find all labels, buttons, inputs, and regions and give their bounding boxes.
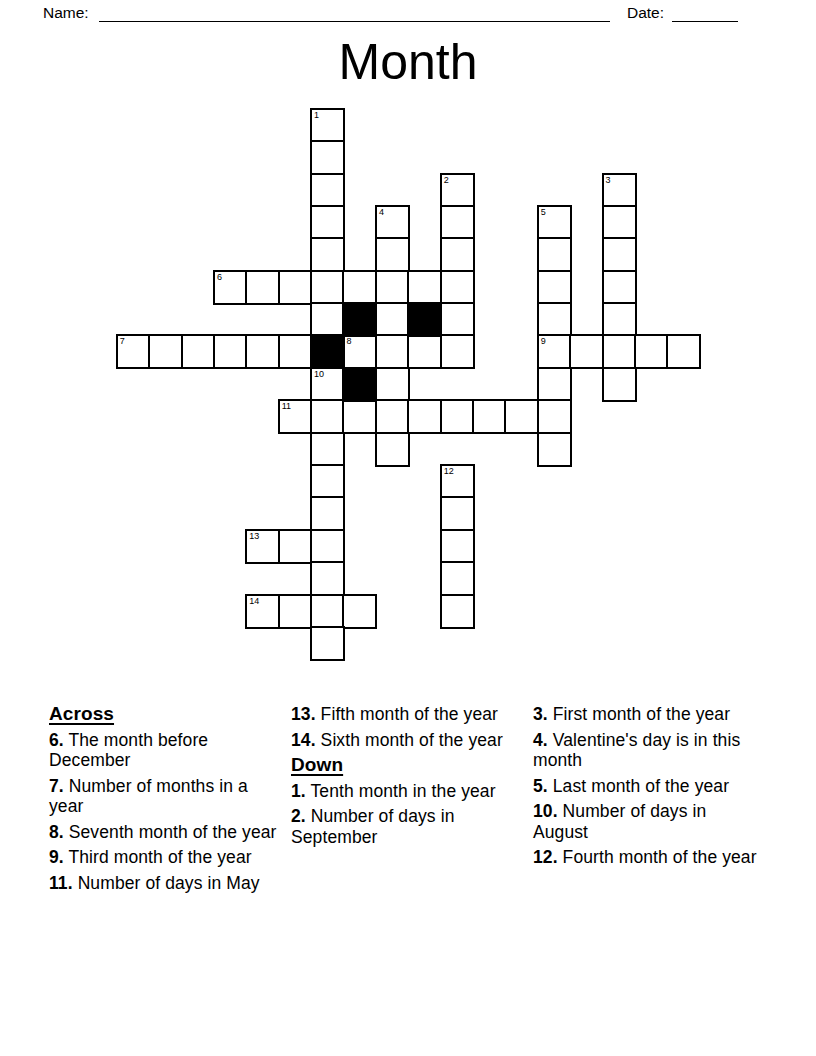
clue-number-label: 11.	[49, 873, 73, 893]
date-blank-line	[672, 21, 738, 22]
grid-cell-r9c10[interactable]	[440, 399, 475, 434]
grid-cell-r6c15[interactable]	[602, 302, 637, 337]
cell-number-11: 11	[282, 401, 291, 411]
puzzle-title: Month	[0, 36, 816, 88]
grid-cell-r11c10[interactable]: 12	[440, 464, 475, 499]
clue-number-label: 14.	[291, 730, 316, 750]
grid-cell-r8c6[interactable]: 10	[310, 367, 345, 402]
clue-down-10: 10. Number of days in August	[533, 801, 765, 842]
grid-cell-r2c10[interactable]: 2	[440, 173, 475, 208]
grid-cell-r5c9[interactable]	[407, 270, 442, 305]
grid-cell-r6c6[interactable]	[310, 302, 345, 337]
grid-cell-r9c8[interactable]	[375, 399, 410, 434]
grid-cell-r13c4[interactable]: 13	[245, 529, 280, 564]
grid-cell-r3c13[interactable]: 5	[537, 205, 572, 240]
grid-cell-r5c13[interactable]	[537, 270, 572, 305]
grid-cell-r9c11[interactable]	[472, 399, 507, 434]
grid-cell-r7c15[interactable]	[602, 334, 637, 369]
cell-number-7: 7	[120, 336, 125, 346]
clue-number-label: 3.	[533, 704, 548, 724]
clue-across-9: 9. Third month of the year	[49, 847, 277, 868]
grid-cell-r7c5[interactable]	[278, 334, 313, 369]
grid-cell-r0c6[interactable]: 1	[310, 108, 345, 143]
worksheet-page: { "game": "crossword", "title": "Month",…	[0, 0, 816, 1056]
grid-cell-r5c4[interactable]	[245, 270, 280, 305]
down-header: Down	[291, 755, 519, 776]
grid-cell-r10c13[interactable]	[537, 432, 572, 467]
grid-cell-r11c6[interactable]	[310, 464, 345, 499]
blocked-cell-r8c7	[342, 367, 377, 402]
clue-down-12: 12. Fourth month of the year	[533, 847, 765, 868]
clue-number-label: 4.	[533, 730, 548, 750]
grid-cell-r7c14[interactable]	[569, 334, 604, 369]
grid-cell-r5c6[interactable]	[310, 270, 345, 305]
clue-number-label: 8.	[49, 822, 64, 842]
clue-number-label: 6.	[49, 730, 64, 750]
cell-number-1: 1	[314, 110, 319, 120]
grid-cell-r15c10[interactable]	[440, 594, 475, 629]
grid-cell-r4c15[interactable]	[602, 237, 637, 272]
grid-cell-r5c5[interactable]	[278, 270, 313, 305]
grid-cell-r6c13[interactable]	[537, 302, 572, 337]
grid-cell-r5c15[interactable]	[602, 270, 637, 305]
grid-cell-r7c9[interactable]	[407, 334, 442, 369]
grid-cell-r15c7[interactable]	[342, 594, 377, 629]
clue-column-2: 13. Fifth month of the year14. Sixth mon…	[291, 704, 519, 852]
grid-cell-r3c6[interactable]	[310, 205, 345, 240]
grid-cell-r7c8[interactable]	[375, 334, 410, 369]
crossword-grid: 1234567891011121314	[117, 109, 700, 660]
clue-down-2: 2. Number of days in September	[291, 806, 519, 847]
grid-cell-r3c8[interactable]: 4	[375, 205, 410, 240]
grid-cell-r10c6[interactable]	[310, 432, 345, 467]
blocked-cell-r6c7	[342, 302, 377, 337]
clue-number-label: 5.	[533, 776, 548, 796]
grid-cell-r7c2[interactable]	[181, 334, 216, 369]
grid-cell-r14c6[interactable]	[310, 561, 345, 596]
clue-down-3: 3. First month of the year	[533, 704, 765, 725]
grid-cell-r7c4[interactable]	[245, 334, 280, 369]
grid-cell-r12c10[interactable]	[440, 496, 475, 531]
grid-cell-r9c7[interactable]	[342, 399, 377, 434]
grid-cell-r10c8[interactable]	[375, 432, 410, 467]
clue-across-11: 11. Number of days in May	[49, 873, 277, 894]
grid-cell-r2c6[interactable]	[310, 173, 345, 208]
clue-down-5: 5. Last month of the year	[533, 776, 765, 797]
clue-number-label: 1.	[291, 781, 306, 801]
across-header: Across	[49, 704, 277, 725]
grid-cell-r9c9[interactable]	[407, 399, 442, 434]
cell-number-2: 2	[444, 175, 449, 185]
date-label: Date:	[627, 4, 664, 22]
grid-cell-r15c4[interactable]: 14	[245, 594, 280, 629]
grid-cell-r7c7[interactable]: 8	[342, 334, 377, 369]
clue-across-7: 7. Number of months in a year	[49, 776, 277, 817]
grid-cell-r3c15[interactable]	[602, 205, 637, 240]
grid-cell-r12c6[interactable]	[310, 496, 345, 531]
grid-cell-r9c13[interactable]	[537, 399, 572, 434]
blocked-cell-r6c9	[407, 302, 442, 337]
clue-across-13: 13. Fifth month of the year	[291, 704, 519, 725]
grid-cell-r2c15[interactable]: 3	[602, 173, 637, 208]
clue-number-label: 7.	[49, 776, 64, 796]
grid-cell-r5c7[interactable]	[342, 270, 377, 305]
clue-column-1: Across6. The month before December7. Num…	[49, 704, 277, 898]
grid-cell-r8c15[interactable]	[602, 367, 637, 402]
clue-across-6: 6. The month before December	[49, 730, 277, 771]
grid-cell-r9c6[interactable]	[310, 399, 345, 434]
grid-cell-r5c3[interactable]: 6	[213, 270, 248, 305]
grid-cell-r15c5[interactable]	[278, 594, 313, 629]
cell-number-8: 8	[346, 336, 351, 346]
grid-cell-r7c10[interactable]	[440, 334, 475, 369]
grid-cell-r7c13[interactable]: 9	[537, 334, 572, 369]
grid-cell-r6c10[interactable]	[440, 302, 475, 337]
clue-column-3: 3. First month of the year4. Valentine's…	[533, 704, 765, 873]
grid-cell-r8c8[interactable]	[375, 367, 410, 402]
name-label: Name:	[43, 4, 89, 22]
cell-number-14: 14	[249, 596, 259, 606]
cell-number-4: 4	[379, 207, 384, 217]
clue-down-1: 1. Tenth month in the year	[291, 781, 519, 802]
grid-cell-r5c10[interactable]	[440, 270, 475, 305]
name-blank-line	[99, 21, 610, 22]
cell-number-12: 12	[444, 466, 454, 476]
grid-cell-r7c17[interactable]	[666, 334, 701, 369]
grid-cell-r8c13[interactable]	[537, 367, 572, 402]
grid-cell-r4c10[interactable]	[440, 237, 475, 272]
grid-cell-r4c13[interactable]	[537, 237, 572, 272]
grid-cell-r7c1[interactable]	[148, 334, 183, 369]
grid-cell-r6c8[interactable]	[375, 302, 410, 337]
grid-cell-r4c8[interactable]	[375, 237, 410, 272]
clue-number-label: 2.	[291, 806, 306, 826]
grid-cell-r13c5[interactable]	[278, 529, 313, 564]
grid-cell-r13c10[interactable]	[440, 529, 475, 564]
blocked-cell-r7c6	[310, 334, 345, 369]
clue-down-4: 4. Valentine's day is in this month	[533, 730, 765, 771]
clue-across-14: 14. Sixth month of the year	[291, 730, 519, 751]
grid-cell-r7c3[interactable]	[213, 334, 248, 369]
clue-number-label: 12.	[533, 847, 558, 867]
grid-cell-r15c6[interactable]	[310, 594, 345, 629]
cell-number-9: 9	[541, 336, 546, 346]
grid-cell-r9c5[interactable]: 11	[278, 399, 313, 434]
grid-cell-r3c10[interactable]	[440, 205, 475, 240]
cell-number-3: 3	[606, 175, 611, 185]
grid-cell-r16c6[interactable]	[310, 626, 345, 661]
clue-number-label: 10.	[533, 801, 558, 821]
clue-across-8: 8. Seventh month of the year	[49, 822, 277, 843]
clue-number-label: 13.	[291, 704, 316, 724]
cell-number-6: 6	[217, 272, 222, 282]
grid-cell-r1c6[interactable]	[310, 140, 345, 175]
cell-number-10: 10	[314, 369, 324, 379]
clue-number-label: 9.	[49, 847, 64, 867]
grid-cell-r13c6[interactable]	[310, 529, 345, 564]
grid-cell-r5c8[interactable]	[375, 270, 410, 305]
grid-cell-r9c12[interactable]	[504, 399, 539, 434]
cell-number-13: 13	[249, 531, 259, 541]
grid-cell-r4c6[interactable]	[310, 237, 345, 272]
grid-cell-r7c16[interactable]	[634, 334, 669, 369]
cell-number-5: 5	[541, 207, 546, 217]
grid-cell-r7c0[interactable]: 7	[116, 334, 151, 369]
grid-cell-r14c10[interactable]	[440, 561, 475, 596]
